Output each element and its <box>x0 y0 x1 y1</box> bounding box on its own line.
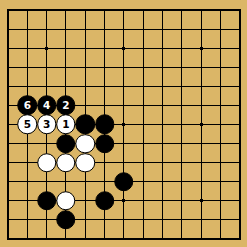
intersection <box>192 58 211 77</box>
intersection <box>95 58 114 77</box>
intersection <box>76 77 95 96</box>
intersection <box>134 0 153 19</box>
intersection <box>95 77 114 96</box>
intersection <box>172 172 191 191</box>
intersection <box>230 210 247 229</box>
intersection <box>192 0 211 19</box>
intersection <box>18 58 37 77</box>
intersection <box>153 210 172 229</box>
intersection <box>172 96 191 115</box>
black-stone <box>37 191 57 211</box>
intersection <box>76 58 95 77</box>
intersection <box>114 96 133 115</box>
intersection <box>192 39 211 58</box>
intersection <box>230 153 247 172</box>
intersection <box>114 172 133 191</box>
white-stone <box>37 153 57 173</box>
white-stone <box>56 153 76 173</box>
intersection <box>211 39 230 58</box>
intersection <box>0 96 18 115</box>
intersection <box>56 58 75 77</box>
intersection <box>172 0 191 19</box>
intersection <box>153 115 172 134</box>
intersection <box>211 134 230 153</box>
board-grid: 642531 <box>0 0 247 247</box>
star-point <box>200 47 203 50</box>
intersection: 5 <box>18 115 37 134</box>
black-stone <box>76 115 96 135</box>
intersection: 1 <box>56 115 75 134</box>
intersection <box>230 39 247 58</box>
intersection <box>134 58 153 77</box>
intersection <box>114 229 133 247</box>
intersection: 4 <box>37 96 56 115</box>
intersection <box>18 172 37 191</box>
intersection <box>56 172 75 191</box>
star-point <box>122 199 125 202</box>
intersection <box>18 0 37 19</box>
intersection <box>211 191 230 210</box>
intersection <box>114 20 133 39</box>
intersection <box>192 134 211 153</box>
intersection <box>211 58 230 77</box>
intersection <box>230 229 247 247</box>
intersection <box>114 39 133 58</box>
intersection <box>153 39 172 58</box>
intersection <box>76 153 95 172</box>
intersection <box>76 96 95 115</box>
star-point <box>122 123 125 126</box>
intersection <box>37 0 56 19</box>
black-stone-move-6: 6 <box>18 96 38 116</box>
intersection <box>56 153 75 172</box>
intersection <box>56 191 75 210</box>
intersection <box>172 191 191 210</box>
intersection <box>192 153 211 172</box>
intersection <box>192 77 211 96</box>
intersection <box>37 210 56 229</box>
intersection <box>76 115 95 134</box>
intersection <box>37 39 56 58</box>
white-stone-move-3: 3 <box>37 115 57 135</box>
intersection <box>114 77 133 96</box>
intersection <box>153 229 172 247</box>
white-stone-move-5: 5 <box>18 115 38 135</box>
intersection <box>56 77 75 96</box>
intersection <box>172 229 191 247</box>
intersection <box>0 77 18 96</box>
intersection <box>0 115 18 134</box>
intersection <box>37 20 56 39</box>
intersection <box>114 0 133 19</box>
intersection <box>172 77 191 96</box>
intersection <box>172 58 191 77</box>
intersection <box>114 58 133 77</box>
star-point <box>45 47 48 50</box>
intersection <box>153 0 172 19</box>
intersection <box>37 191 56 210</box>
intersection <box>192 229 211 247</box>
intersection <box>134 134 153 153</box>
intersection <box>211 115 230 134</box>
intersection <box>114 153 133 172</box>
intersection <box>0 172 18 191</box>
intersection <box>95 115 114 134</box>
intersection <box>114 115 133 134</box>
intersection <box>95 229 114 247</box>
intersection <box>230 172 247 191</box>
intersection <box>95 172 114 191</box>
intersection <box>95 191 114 210</box>
intersection <box>134 20 153 39</box>
intersection <box>0 210 18 229</box>
black-stone-move-2: 2 <box>56 96 76 116</box>
intersection <box>211 0 230 19</box>
intersection <box>76 134 95 153</box>
intersection <box>18 191 37 210</box>
intersection <box>56 39 75 58</box>
intersection <box>134 153 153 172</box>
intersection <box>76 210 95 229</box>
intersection <box>153 153 172 172</box>
black-stone <box>95 115 115 135</box>
intersection <box>37 172 56 191</box>
intersection <box>134 229 153 247</box>
intersection <box>211 77 230 96</box>
intersection <box>18 39 37 58</box>
intersection <box>134 39 153 58</box>
intersection <box>0 229 18 247</box>
intersection <box>0 191 18 210</box>
intersection <box>95 134 114 153</box>
star-point <box>200 199 203 202</box>
intersection <box>95 20 114 39</box>
intersection <box>56 0 75 19</box>
black-stone <box>95 134 115 154</box>
intersection <box>192 191 211 210</box>
intersection <box>230 20 247 39</box>
intersection <box>230 191 247 210</box>
intersection <box>172 39 191 58</box>
intersection <box>230 134 247 153</box>
intersection <box>18 77 37 96</box>
white-stone <box>76 134 96 154</box>
intersection <box>230 77 247 96</box>
go-board: 642531 <box>0 0 247 247</box>
intersection <box>192 20 211 39</box>
intersection <box>153 172 172 191</box>
black-stone <box>95 191 115 211</box>
intersection <box>18 153 37 172</box>
intersection <box>76 39 95 58</box>
intersection <box>76 229 95 247</box>
go-diagram: 642531 <box>0 0 247 247</box>
white-stone <box>56 191 76 211</box>
intersection <box>134 172 153 191</box>
intersection <box>114 134 133 153</box>
intersection <box>76 172 95 191</box>
intersection <box>230 58 247 77</box>
intersection <box>95 210 114 229</box>
intersection <box>153 191 172 210</box>
intersection <box>134 77 153 96</box>
intersection <box>95 39 114 58</box>
intersection <box>192 115 211 134</box>
intersection <box>18 210 37 229</box>
intersection <box>211 20 230 39</box>
intersection <box>56 210 75 229</box>
intersection <box>95 153 114 172</box>
intersection: 6 <box>18 96 37 115</box>
intersection <box>0 58 18 77</box>
intersection <box>172 153 191 172</box>
intersection: 3 <box>37 115 56 134</box>
intersection <box>134 96 153 115</box>
intersection: 2 <box>56 96 75 115</box>
intersection <box>192 96 211 115</box>
intersection <box>18 20 37 39</box>
intersection <box>134 191 153 210</box>
intersection <box>172 20 191 39</box>
intersection <box>172 134 191 153</box>
intersection <box>18 229 37 247</box>
black-stone <box>56 134 76 154</box>
intersection <box>114 210 133 229</box>
intersection <box>153 58 172 77</box>
black-stone <box>114 172 134 192</box>
intersection <box>76 20 95 39</box>
intersection <box>153 77 172 96</box>
intersection <box>18 134 37 153</box>
intersection <box>134 115 153 134</box>
intersection <box>0 153 18 172</box>
intersection <box>153 134 172 153</box>
intersection <box>95 0 114 19</box>
intersection <box>56 229 75 247</box>
intersection <box>172 115 191 134</box>
star-point <box>122 47 125 50</box>
black-stone-move-4: 4 <box>37 96 57 116</box>
intersection <box>0 134 18 153</box>
intersection <box>76 191 95 210</box>
intersection <box>230 115 247 134</box>
intersection <box>134 210 153 229</box>
intersection <box>211 153 230 172</box>
star-point <box>200 123 203 126</box>
intersection <box>37 134 56 153</box>
intersection <box>76 0 95 19</box>
white-stone-move-1: 1 <box>56 115 76 135</box>
intersection <box>37 58 56 77</box>
intersection <box>192 210 211 229</box>
intersection <box>0 0 18 19</box>
intersection <box>192 172 211 191</box>
intersection <box>0 20 18 39</box>
black-stone <box>56 210 76 230</box>
intersection <box>153 96 172 115</box>
intersection <box>37 153 56 172</box>
intersection <box>95 96 114 115</box>
intersection <box>114 191 133 210</box>
intersection <box>56 134 75 153</box>
intersection <box>37 77 56 96</box>
intersection <box>211 172 230 191</box>
intersection <box>230 96 247 115</box>
intersection <box>37 229 56 247</box>
white-stone <box>76 153 96 173</box>
intersection <box>0 39 18 58</box>
intersection <box>211 96 230 115</box>
intersection <box>211 210 230 229</box>
intersection <box>56 20 75 39</box>
intersection <box>211 229 230 247</box>
intersection <box>172 210 191 229</box>
intersection <box>153 20 172 39</box>
intersection <box>230 0 247 19</box>
